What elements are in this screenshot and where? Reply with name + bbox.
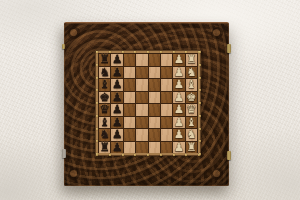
brass-pin [199,64,201,66]
brass-pin [96,140,98,142]
square-d5[interactable] [136,104,147,116]
carved-scroll-ornament [211,168,225,182]
square-d3[interactable] [161,104,172,116]
square-a5[interactable] [136,142,147,154]
photo-scene: ♜♟♟♜♞♟♟♞♝♟♟♝♚♟♟♚♛♟♟♛♝♟♟♝♞♟♟♞♜♟♟♜ [0,0,300,200]
square-h3[interactable] [161,54,172,66]
brass-pin [134,154,136,156]
square-a7[interactable]: ♟ [111,142,122,154]
brass-pin [199,140,201,142]
brass-pin [147,51,149,53]
square-h5[interactable] [136,54,147,66]
carved-scroll-ornament [68,27,82,41]
brass-pin [96,102,98,104]
square-b4[interactable] [149,129,160,141]
square-e4[interactable] [149,92,160,104]
square-e5[interactable] [136,92,147,104]
square-b5[interactable] [136,129,147,141]
brass-pin [160,51,162,53]
brass-pin [122,154,124,156]
hinge-right-top [227,44,231,53]
brass-pin-row-bottom [96,153,200,156]
brass-pin [199,89,201,91]
square-a3[interactable] [161,142,172,154]
square-a2[interactable]: ♟ [173,142,184,154]
brass-pin [147,154,149,156]
chess-board: ♜♟♟♜♞♟♟♞♝♟♟♝♚♟♟♚♛♟♟♛♝♟♟♝♞♟♟♞♜♟♟♜ [64,22,229,186]
brass-pin [134,51,136,53]
brass-pin [199,51,201,53]
piece-black-pawn[interactable]: ♟ [112,141,122,153]
square-c4[interactable] [149,117,160,129]
brass-pin [96,115,98,117]
carved-scroll-ornament [68,168,82,182]
square-b6[interactable] [124,129,135,141]
brass-pin [199,153,201,155]
square-d6[interactable] [124,104,135,116]
latch-left-bottom [62,149,66,158]
square-e6[interactable] [124,92,135,104]
brass-pin [96,153,98,155]
brass-pin [109,154,111,156]
brass-pin [199,102,201,104]
brass-pin [160,154,162,156]
piece-black-rook[interactable]: ♜ [100,141,110,153]
brass-pin [199,77,201,79]
brass-pin [185,154,187,156]
brass-pin [173,154,175,156]
piece-white-rook[interactable]: ♜ [186,141,196,153]
brass-pin-row-left [95,51,98,155]
brass-pin-row-right [198,51,201,155]
square-e3[interactable] [161,92,172,104]
square-c3[interactable] [161,117,172,129]
clasp-pin-left-top [62,44,65,49]
hinge-right-bottom [227,151,231,160]
square-h6[interactable] [124,54,135,66]
piece-white-pawn[interactable]: ♟ [174,141,184,153]
square-c5[interactable] [136,117,147,129]
square-f4[interactable] [149,79,160,91]
square-a6[interactable] [124,142,135,154]
square-a1[interactable]: ♜ [186,142,197,154]
square-h4[interactable] [149,54,160,66]
square-g4[interactable] [149,67,160,79]
square-d4[interactable] [149,104,160,116]
square-f3[interactable] [161,79,172,91]
square-g6[interactable] [124,67,135,79]
brass-pin [96,77,98,79]
square-c6[interactable] [124,117,135,129]
brass-pin [96,64,98,66]
square-a8[interactable]: ♜ [99,142,110,154]
square-f5[interactable] [136,79,147,91]
brass-pin [96,51,98,53]
square-g5[interactable] [136,67,147,79]
square-g3[interactable] [161,67,172,79]
brass-pin [199,128,201,130]
playing-field-trim: ♜♟♟♜♞♟♟♞♝♟♟♝♚♟♟♚♛♟♟♛♝♟♟♝♞♟♟♞♜♟♟♜ [95,50,201,156]
chess-field-grid: ♜♟♟♜♞♟♟♞♝♟♟♝♚♟♟♚♛♟♟♛♝♟♟♝♞♟♟♞♜♟♟♜ [98,53,198,153]
brass-pin [96,128,98,130]
square-f6[interactable] [124,79,135,91]
square-b3[interactable] [161,129,172,141]
brass-pin [96,89,98,91]
square-a4[interactable] [149,142,160,154]
brass-pin [199,115,201,117]
carved-scroll-ornament [211,27,225,41]
